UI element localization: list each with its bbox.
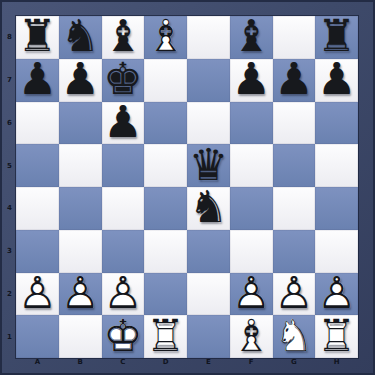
square-h6[interactable] bbox=[315, 102, 358, 145]
square-a1[interactable] bbox=[16, 315, 59, 358]
piece-white-pawn[interactable]: ♟♙ bbox=[16, 273, 59, 316]
file-label-g: G bbox=[273, 358, 316, 373]
black-rook-glyph: ♜ bbox=[18, 15, 57, 57]
white-king-outline: ♔ bbox=[102, 314, 145, 357]
chess-board: ♜♞♝♝♗♝♜♟♟♚♟♟♟♟♛♞♟♙♟♙♟♙♟♙♟♙♟♙♚♔♜♖♝♗♞♘♜♖ bbox=[16, 16, 358, 358]
square-a6[interactable] bbox=[16, 102, 59, 145]
square-e4[interactable]: ♞ bbox=[187, 187, 230, 230]
piece-black-knight[interactable]: ♞ bbox=[187, 187, 230, 230]
black-knight-glyph: ♞ bbox=[60, 15, 99, 57]
square-c1[interactable]: ♚♔ bbox=[102, 315, 145, 358]
rank-label-8: 8 bbox=[0, 16, 16, 59]
square-e8[interactable] bbox=[187, 16, 230, 59]
square-b1[interactable] bbox=[59, 315, 102, 358]
square-h2[interactable]: ♟♙ bbox=[315, 273, 358, 316]
square-a2[interactable]: ♟♙ bbox=[16, 273, 59, 316]
square-e7[interactable] bbox=[187, 59, 230, 102]
rank-label-2: 2 bbox=[0, 273, 16, 316]
white-rook-outline: ♖ bbox=[315, 314, 358, 357]
piece-white-knight[interactable]: ♞♘ bbox=[273, 315, 316, 358]
square-h1[interactable]: ♜♖ bbox=[315, 315, 358, 358]
square-f1[interactable]: ♝♗ bbox=[230, 315, 273, 358]
square-d2[interactable] bbox=[144, 273, 187, 316]
square-c4[interactable] bbox=[102, 187, 145, 230]
white-pawn-outline: ♙ bbox=[230, 272, 273, 315]
piece-white-rook[interactable]: ♜♖ bbox=[315, 315, 358, 358]
square-d5[interactable] bbox=[144, 144, 187, 187]
rank-label-1: 1 bbox=[0, 315, 16, 358]
square-c6[interactable]: ♟ bbox=[102, 102, 145, 145]
white-pawn-outline: ♙ bbox=[273, 272, 316, 315]
square-d4[interactable] bbox=[144, 187, 187, 230]
file-label-c: C bbox=[102, 358, 145, 373]
square-f4[interactable] bbox=[230, 187, 273, 230]
rank-label-6: 6 bbox=[0, 102, 16, 145]
black-pawn-glyph: ♟ bbox=[317, 58, 356, 100]
white-rook-outline: ♖ bbox=[144, 314, 187, 357]
piece-black-pawn[interactable]: ♟ bbox=[59, 59, 102, 102]
square-g2[interactable]: ♟♙ bbox=[273, 273, 316, 316]
square-c5[interactable] bbox=[102, 144, 145, 187]
square-e3[interactable] bbox=[187, 230, 230, 273]
piece-black-pawn[interactable]: ♟ bbox=[16, 59, 59, 102]
square-b4[interactable] bbox=[59, 187, 102, 230]
square-g1[interactable]: ♞♘ bbox=[273, 315, 316, 358]
square-b6[interactable] bbox=[59, 102, 102, 145]
square-a5[interactable] bbox=[16, 144, 59, 187]
white-pawn-outline: ♙ bbox=[16, 272, 59, 315]
square-e1[interactable] bbox=[187, 315, 230, 358]
file-label-d: D bbox=[144, 358, 187, 373]
piece-white-pawn[interactable]: ♟♙ bbox=[102, 273, 145, 316]
white-knight-outline: ♘ bbox=[273, 314, 316, 357]
square-d6[interactable] bbox=[144, 102, 187, 145]
square-b2[interactable]: ♟♙ bbox=[59, 273, 102, 316]
file-label-h: H bbox=[315, 358, 358, 373]
black-pawn-glyph: ♟ bbox=[231, 58, 270, 100]
black-bishop-glyph: ♝ bbox=[103, 15, 142, 57]
square-h5[interactable] bbox=[315, 144, 358, 187]
square-h7[interactable]: ♟ bbox=[315, 59, 358, 102]
white-pawn-outline: ♙ bbox=[59, 272, 102, 315]
piece-white-king[interactable]: ♚♔ bbox=[102, 315, 145, 358]
file-label-f: F bbox=[230, 358, 273, 373]
black-queen-glyph: ♛ bbox=[189, 144, 228, 186]
square-d8[interactable]: ♝♗ bbox=[144, 16, 187, 59]
square-a7[interactable]: ♟ bbox=[16, 59, 59, 102]
black-king-glyph: ♚ bbox=[103, 58, 142, 100]
piece-white-pawn[interactable]: ♟♙ bbox=[59, 273, 102, 316]
piece-black-pawn[interactable]: ♟ bbox=[102, 102, 145, 145]
piece-white-pawn[interactable]: ♟♙ bbox=[230, 273, 273, 316]
piece-white-rook[interactable]: ♜♖ bbox=[144, 315, 187, 358]
black-pawn-glyph: ♟ bbox=[18, 58, 57, 100]
piece-white-pawn[interactable]: ♟♙ bbox=[273, 273, 316, 316]
square-b5[interactable] bbox=[59, 144, 102, 187]
square-b7[interactable]: ♟ bbox=[59, 59, 102, 102]
black-pawn-glyph: ♟ bbox=[103, 101, 142, 143]
piece-black-pawn[interactable]: ♟ bbox=[315, 59, 358, 102]
black-knight-glyph: ♞ bbox=[189, 186, 228, 228]
piece-black-pawn[interactable]: ♟ bbox=[230, 59, 273, 102]
square-d1[interactable]: ♜♖ bbox=[144, 315, 187, 358]
white-bishop-outline: ♗ bbox=[230, 314, 273, 357]
square-e6[interactable] bbox=[187, 102, 230, 145]
square-h4[interactable] bbox=[315, 187, 358, 230]
chess-board-frame: ♜♞♝♝♗♝♜♟♟♚♟♟♟♟♛♞♟♙♟♙♟♙♟♙♟♙♟♙♚♔♜♖♝♗♞♘♜♖ 8… bbox=[0, 0, 375, 375]
rank-labels: 87654321 bbox=[0, 16, 16, 358]
square-g7[interactable]: ♟ bbox=[273, 59, 316, 102]
piece-white-bishop[interactable]: ♝♗ bbox=[230, 315, 273, 358]
rank-label-7: 7 bbox=[0, 59, 16, 102]
square-f7[interactable]: ♟ bbox=[230, 59, 273, 102]
white-bishop-outline: ♗ bbox=[144, 15, 187, 58]
file-labels: ABCDEFGH bbox=[16, 358, 358, 373]
square-a4[interactable] bbox=[16, 187, 59, 230]
black-pawn-glyph: ♟ bbox=[274, 58, 313, 100]
square-e2[interactable] bbox=[187, 273, 230, 316]
square-d3[interactable] bbox=[144, 230, 187, 273]
square-f2[interactable]: ♟♙ bbox=[230, 273, 273, 316]
square-c2[interactable]: ♟♙ bbox=[102, 273, 145, 316]
square-g4[interactable] bbox=[273, 187, 316, 230]
piece-white-pawn[interactable]: ♟♙ bbox=[315, 273, 358, 316]
rank-label-5: 5 bbox=[0, 144, 16, 187]
black-bishop-glyph: ♝ bbox=[231, 15, 270, 57]
black-pawn-glyph: ♟ bbox=[60, 58, 99, 100]
square-g5[interactable] bbox=[273, 144, 316, 187]
file-label-b: B bbox=[59, 358, 102, 373]
square-d7[interactable] bbox=[144, 59, 187, 102]
square-f6[interactable] bbox=[230, 102, 273, 145]
black-rook-glyph: ♜ bbox=[317, 15, 356, 57]
rank-label-4: 4 bbox=[0, 187, 16, 230]
square-f5[interactable] bbox=[230, 144, 273, 187]
rank-label-3: 3 bbox=[0, 230, 16, 273]
piece-black-pawn[interactable]: ♟ bbox=[273, 59, 316, 102]
file-label-e: E bbox=[187, 358, 230, 373]
piece-white-bishop[interactable]: ♝♗ bbox=[144, 16, 187, 59]
file-label-a: A bbox=[16, 358, 59, 373]
white-pawn-outline: ♙ bbox=[102, 272, 145, 315]
square-g6[interactable] bbox=[273, 102, 316, 145]
white-pawn-outline: ♙ bbox=[315, 272, 358, 315]
